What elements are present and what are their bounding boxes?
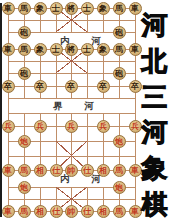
black-chariot-piece[interactable]: 車	[2, 43, 15, 56]
black-general-piece[interactable]: 將	[65, 43, 78, 56]
red-elephant-piece[interactable]: 相	[97, 205, 110, 218]
red-chariot-piece[interactable]: 車	[2, 164, 15, 177]
black-soldier-piece[interactable]: 卒	[65, 80, 78, 93]
black-elephant-piece[interactable]: 象	[97, 43, 110, 56]
title-char-4: 河	[142, 119, 168, 146]
black-elephant-piece[interactable]: 象	[97, 2, 110, 15]
black-cannon-piece[interactable]: 砲	[18, 67, 31, 80]
title-char-6: 棋	[142, 191, 168, 218]
title-char-3: 三	[142, 84, 168, 111]
black-horse-piece[interactable]: 馬	[113, 43, 126, 56]
black-soldier-piece[interactable]: 卒	[2, 80, 15, 93]
red-elephant-piece[interactable]: 相	[34, 205, 47, 218]
black-horse-piece[interactable]: 馬	[113, 2, 126, 15]
black-soldier-piece[interactable]: 卒	[97, 80, 110, 93]
red-soldier-piece[interactable]: 兵	[34, 120, 47, 133]
title-char-2: 北	[142, 48, 168, 75]
red-general-piece[interactable]: 帥	[65, 205, 78, 218]
black-cannon-piece[interactable]: 砲	[113, 67, 126, 80]
red-cannon-piece[interactable]: 炮	[113, 135, 126, 148]
page-title: 河 北 三 河 象 棋	[139, 12, 170, 218]
title-char-1: 河	[142, 12, 168, 39]
red-soldier-piece[interactable]: 兵	[2, 120, 15, 133]
xiangqi-board: 内河界河内河車馬象士將士象馬車砲砲車馬象士將士象馬車砲砲卒卒卒卒卒兵兵兵兵兵炮炮…	[0, 0, 140, 220]
black-cannon-piece[interactable]: 砲	[18, 26, 31, 39]
black-cannon-piece[interactable]: 砲	[113, 26, 126, 39]
red-elephant-piece[interactable]: 相	[34, 164, 47, 177]
red-general-piece[interactable]: 帥	[65, 164, 78, 177]
red-horse-piece[interactable]: 馬	[18, 205, 31, 218]
black-advisor-piece[interactable]: 士	[50, 2, 63, 15]
black-horse-piece[interactable]: 馬	[18, 43, 31, 56]
title-char-5: 象	[142, 155, 168, 182]
red-advisor-piece[interactable]: 仕	[81, 205, 94, 218]
page: 内河界河内河車馬象士將士象馬車砲砲車馬象士將士象馬車砲砲卒卒卒卒卒兵兵兵兵兵炮炮…	[0, 0, 170, 220]
red-soldier-piece[interactable]: 兵	[97, 120, 110, 133]
red-soldier-piece[interactable]: 兵	[65, 120, 78, 133]
black-elephant-piece[interactable]: 象	[34, 43, 47, 56]
red-cannon-piece[interactable]: 炮	[18, 181, 31, 194]
black-advisor-piece[interactable]: 士	[81, 2, 94, 15]
black-elephant-piece[interactable]: 象	[34, 2, 47, 15]
red-cannon-piece[interactable]: 炮	[18, 135, 31, 148]
red-advisor-piece[interactable]: 仕	[50, 205, 63, 218]
black-horse-piece[interactable]: 馬	[18, 2, 31, 15]
red-horse-piece[interactable]: 馬	[113, 205, 126, 218]
red-horse-piece[interactable]: 馬	[18, 164, 31, 177]
red-cannon-piece[interactable]: 炮	[113, 181, 126, 194]
black-advisor-piece[interactable]: 士	[81, 43, 94, 56]
black-soldier-piece[interactable]: 卒	[34, 80, 47, 93]
red-horse-piece[interactable]: 馬	[113, 164, 126, 177]
red-advisor-piece[interactable]: 仕	[81, 164, 94, 177]
black-chariot-piece[interactable]: 車	[2, 2, 15, 15]
red-elephant-piece[interactable]: 相	[97, 164, 110, 177]
black-advisor-piece[interactable]: 士	[50, 43, 63, 56]
black-general-piece[interactable]: 將	[65, 2, 78, 15]
red-chariot-piece[interactable]: 車	[2, 205, 15, 218]
red-advisor-piece[interactable]: 仕	[50, 164, 63, 177]
boundary-river-label: 界河	[53, 100, 116, 112]
